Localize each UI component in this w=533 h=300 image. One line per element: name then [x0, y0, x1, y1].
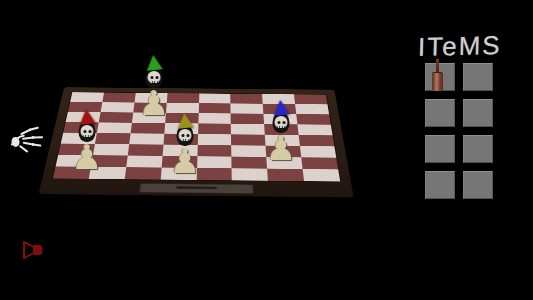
vial-body — [432, 72, 443, 91]
pawn-body: ♟ — [72, 140, 102, 174]
skull-icon — [179, 129, 192, 141]
board-square — [267, 169, 304, 181]
item-slot-2[interactable] — [463, 63, 493, 91]
board-square — [232, 157, 268, 169]
board-square — [232, 145, 267, 157]
item-slot-7[interactable] — [425, 171, 455, 199]
board-square — [99, 112, 133, 123]
board-square — [129, 133, 164, 144]
board-square — [198, 113, 231, 124]
board-square — [231, 103, 264, 113]
board-square — [231, 113, 264, 124]
board-square — [303, 169, 340, 181]
item-slots-grid — [425, 63, 493, 199]
board-square — [198, 123, 232, 134]
board-square — [130, 123, 164, 134]
board-square — [197, 145, 232, 157]
item-slot-8[interactable] — [463, 171, 493, 199]
game-scene: ♟♟♟♟ ITeMS — [0, 0, 533, 300]
pawn-body: ♟ — [266, 131, 296, 165]
piece-hat — [176, 112, 193, 129]
piece-pawn-blue-hat[interactable]: ♟ — [267, 104, 295, 158]
board-square — [299, 135, 335, 146]
board-square — [298, 124, 333, 135]
pawn-body: ♟ — [170, 144, 200, 178]
board-square — [196, 168, 232, 180]
board-square — [301, 157, 338, 169]
piece-hat — [145, 54, 162, 71]
pawn-body: ♟ — [139, 86, 169, 120]
vial-neck — [436, 59, 439, 73]
item-slot-3[interactable] — [425, 99, 455, 127]
board-square — [294, 94, 327, 104]
board-square — [295, 104, 329, 114]
board-square — [198, 103, 231, 113]
item-slot-5[interactable] — [425, 135, 455, 163]
item-slot-6[interactable] — [463, 135, 493, 163]
board-square — [296, 114, 330, 125]
board-square — [97, 122, 132, 133]
item-slot-1[interactable] — [425, 63, 455, 91]
skull-icon — [81, 125, 94, 137]
board-square — [70, 92, 104, 102]
board-square — [124, 167, 161, 179]
piece-pawn-yellow-hat[interactable]: ♟ — [171, 117, 199, 171]
board-square — [300, 146, 336, 158]
board-square — [100, 102, 134, 112]
board-square — [127, 144, 163, 156]
speaker-icon[interactable] — [21, 238, 49, 262]
board-square — [199, 93, 231, 103]
board-square — [197, 156, 232, 168]
board-square — [126, 156, 162, 168]
board-square — [231, 94, 263, 104]
board-square — [232, 168, 268, 180]
board-latch[interactable] — [139, 183, 253, 193]
latch-slot — [176, 186, 217, 189]
piece-pawn-red-hat[interactable]: ♟ — [73, 113, 101, 167]
board-square — [166, 103, 199, 113]
board-square — [166, 93, 198, 103]
skeleton-hand-icon — [4, 116, 55, 158]
board-square — [102, 93, 135, 103]
piece-pawn-green-hat[interactable]: ♟ — [140, 59, 168, 113]
skull-icon — [275, 116, 288, 128]
item-slot-4[interactable] — [463, 99, 493, 127]
piece-hat — [78, 108, 95, 125]
piece-hat — [272, 99, 289, 116]
board-square — [197, 134, 231, 145]
skull-icon — [148, 71, 161, 83]
board-square — [231, 124, 265, 135]
board-square — [231, 134, 265, 145]
vial-item[interactable] — [431, 59, 444, 92]
